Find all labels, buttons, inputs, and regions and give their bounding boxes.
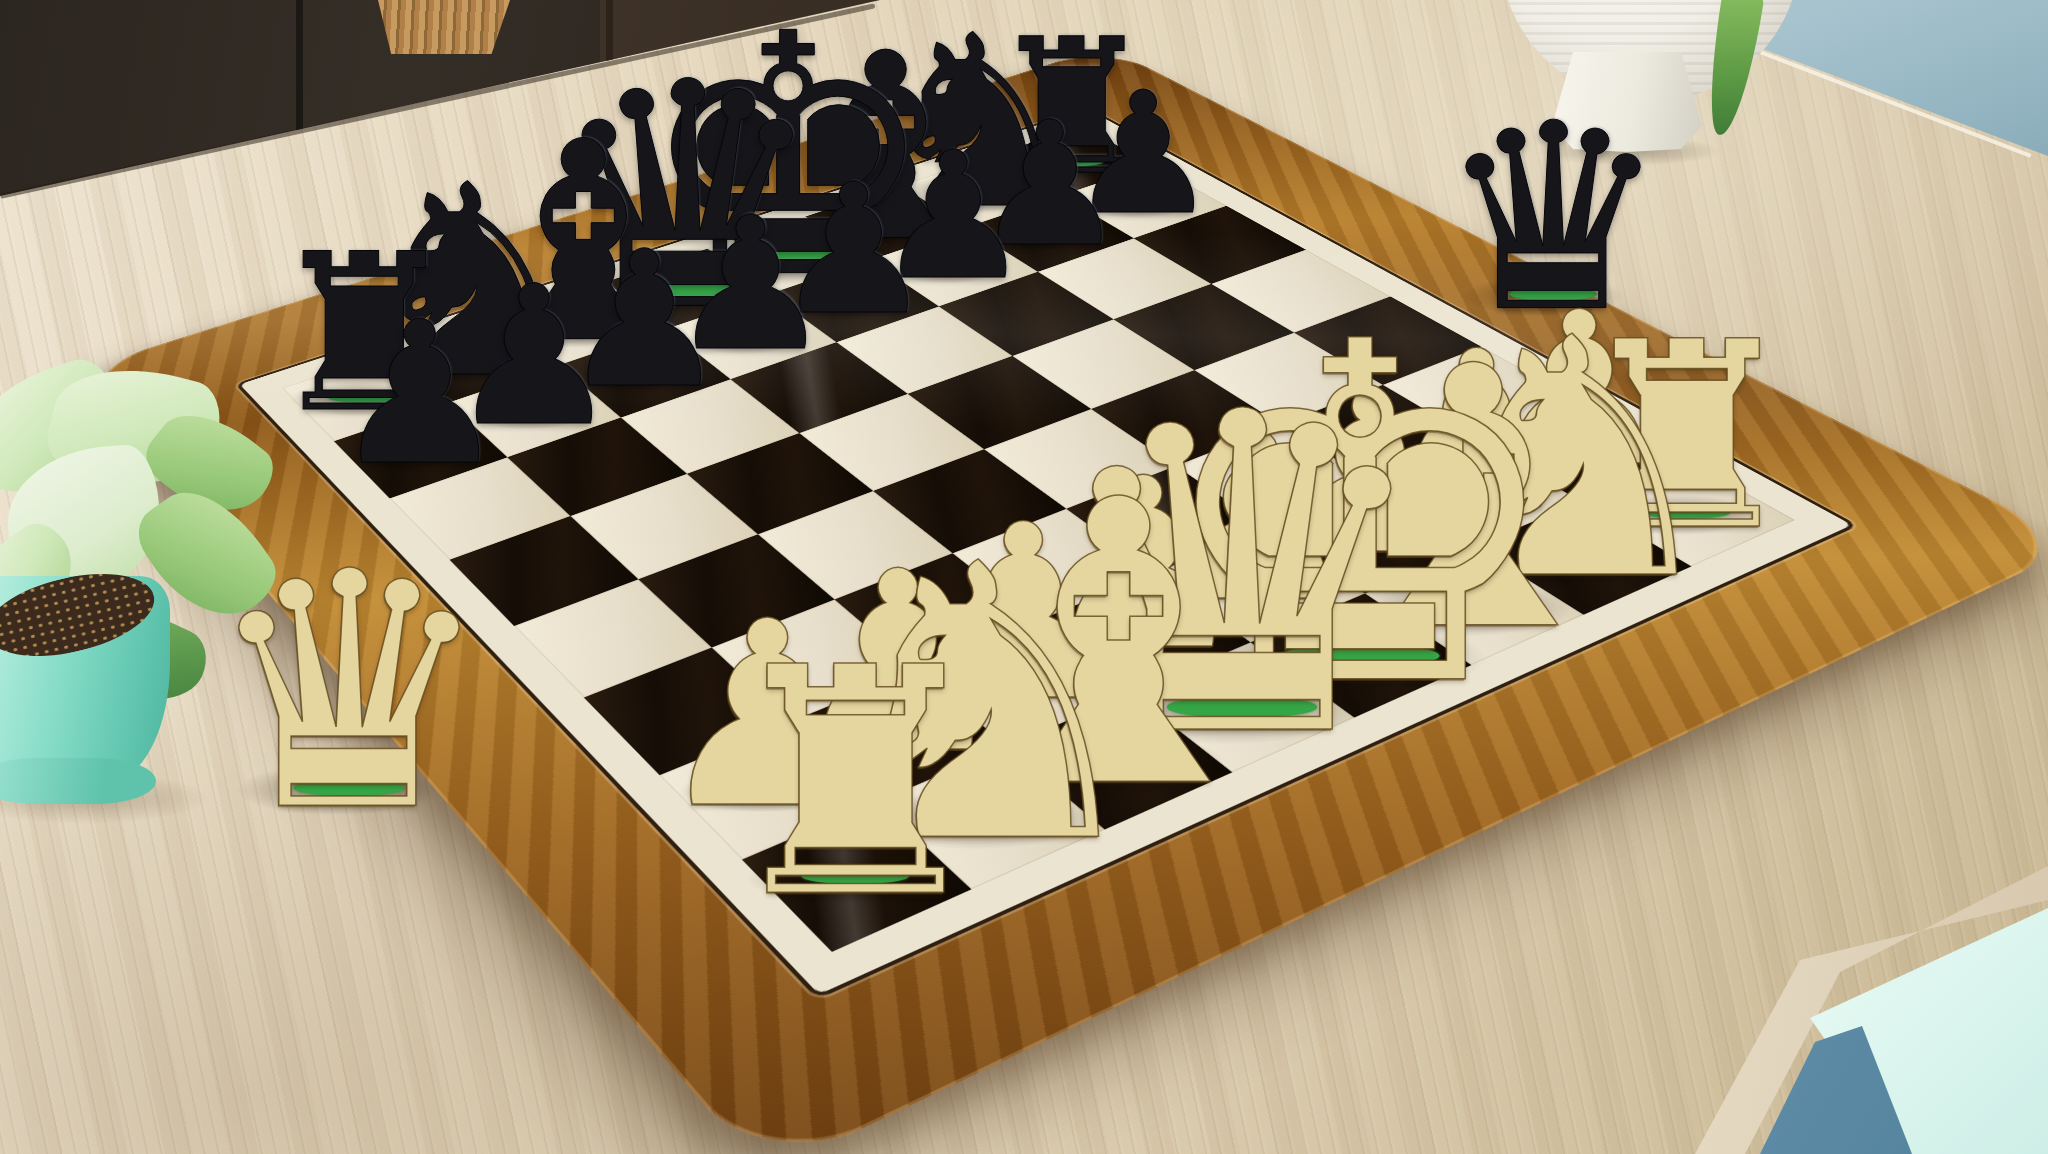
plant-pot-saucer (0, 758, 156, 804)
scene-chess-photo: ♜♞♝♛♚♝♞♜♟♟♟♟♟♟♟♟♟♟♟♟♟♟♟♟♜♞♝♛♚♝♞♜♛♛ (0, 0, 2048, 1154)
rook-glyph: ♜ (715, 627, 996, 941)
cabinet-seam (296, 0, 303, 196)
pawn-glyph: ♟ (332, 296, 509, 493)
wicker-basket (378, 0, 510, 54)
